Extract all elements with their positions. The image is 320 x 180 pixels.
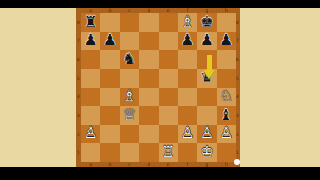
square-f8[interactable]: ♗ xyxy=(178,13,197,32)
square-a6[interactable] xyxy=(81,50,100,69)
piece-bP-g7: ♟ xyxy=(200,33,214,49)
square-e7[interactable] xyxy=(159,32,178,51)
square-e6[interactable] xyxy=(159,50,178,69)
piece-bP-a7: ♟ xyxy=(84,33,98,49)
square-b1[interactable] xyxy=(100,143,119,162)
piece-bK-g8: ♚ xyxy=(200,14,214,30)
square-h3[interactable]: ♝ xyxy=(217,106,236,125)
square-a7[interactable]: ♟ xyxy=(81,32,100,51)
file-label-g: g xyxy=(197,162,216,167)
piece-wB-f8: ♗ xyxy=(181,14,195,30)
square-d3[interactable] xyxy=(139,106,158,125)
square-e4[interactable] xyxy=(159,88,178,107)
square-e5[interactable] xyxy=(159,69,178,88)
piece-wP-a2: ♙ xyxy=(84,126,98,142)
piece-wP-h2: ♙ xyxy=(219,126,233,142)
square-e8[interactable] xyxy=(159,13,178,32)
square-a4[interactable] xyxy=(81,88,100,107)
square-h2[interactable]: ♙ xyxy=(217,125,236,144)
piece-bB-h3: ♝ xyxy=(219,107,233,123)
piece-wP-f2: ♙ xyxy=(181,126,195,142)
square-g3[interactable] xyxy=(197,106,216,125)
file-label-e: e xyxy=(159,162,178,167)
square-f3[interactable] xyxy=(178,106,197,125)
square-a3[interactable] xyxy=(81,106,100,125)
square-g7[interactable]: ♟ xyxy=(197,32,216,51)
file-label-f: f xyxy=(178,162,197,167)
piece-wK-g1: ♔ xyxy=(200,144,214,160)
square-g2[interactable]: ♙ xyxy=(197,125,216,144)
square-c5[interactable] xyxy=(120,69,139,88)
square-c3[interactable]: ♕ xyxy=(120,106,139,125)
square-b8[interactable] xyxy=(100,13,119,32)
file-label-d: d xyxy=(139,162,158,167)
square-d1[interactable] xyxy=(139,143,158,162)
square-c1[interactable] xyxy=(120,143,139,162)
square-f4[interactable] xyxy=(178,88,197,107)
piece-bN-c6: ♞ xyxy=(122,51,136,67)
square-a1[interactable] xyxy=(81,143,100,162)
square-g5[interactable]: ♛ xyxy=(197,69,216,88)
square-b6[interactable] xyxy=(100,50,119,69)
square-g4[interactable] xyxy=(197,88,216,107)
piece-bP-h7: ♟ xyxy=(219,33,233,49)
square-f2[interactable]: ♙ xyxy=(178,125,197,144)
piece-wQ-c3: ♕ xyxy=(122,107,136,123)
piece-bQ-g5: ♛ xyxy=(200,70,214,86)
letterbox-bottom-bar xyxy=(0,167,320,180)
piece-wB-c4: ♗ xyxy=(122,89,136,105)
square-d5[interactable] xyxy=(139,69,158,88)
square-a8[interactable]: ♜ xyxy=(81,13,100,32)
board-squares: ♜♗♚♟♟♟♟♟♞♛♗♘♕♝♙♙♙♙♖♔ xyxy=(81,13,236,162)
square-b3[interactable] xyxy=(100,106,119,125)
chess-board: abcdefgh abcdefgh 87654321 87654321 ♜♗♚♟… xyxy=(76,8,240,167)
square-b4[interactable] xyxy=(100,88,119,107)
square-g6[interactable] xyxy=(197,50,216,69)
square-d7[interactable] xyxy=(139,32,158,51)
file-label-c: c xyxy=(120,162,139,167)
square-b5[interactable] xyxy=(100,69,119,88)
file-label-b: b xyxy=(100,162,119,167)
square-h4[interactable]: ♘ xyxy=(217,88,236,107)
piece-wP-g2: ♙ xyxy=(200,126,214,142)
square-d8[interactable] xyxy=(139,13,158,32)
square-h5[interactable] xyxy=(217,69,236,88)
square-e2[interactable] xyxy=(159,125,178,144)
white-to-move-indicator xyxy=(234,159,240,165)
square-d6[interactable] xyxy=(139,50,158,69)
square-b7[interactable]: ♟ xyxy=(100,32,119,51)
piece-wR-e1: ♖ xyxy=(161,144,175,160)
square-e3[interactable] xyxy=(159,106,178,125)
piece-wN-h4: ♘ xyxy=(219,89,233,105)
square-f5[interactable] xyxy=(178,69,197,88)
square-h7[interactable]: ♟ xyxy=(217,32,236,51)
square-c4[interactable]: ♗ xyxy=(120,88,139,107)
file-label-a: a xyxy=(81,162,100,167)
piece-bR-a8: ♜ xyxy=(84,14,98,30)
square-f6[interactable] xyxy=(178,50,197,69)
file-label-h: h xyxy=(217,162,236,167)
square-e1[interactable]: ♖ xyxy=(159,143,178,162)
square-f1[interactable] xyxy=(178,143,197,162)
square-c8[interactable] xyxy=(120,13,139,32)
square-b2[interactable] xyxy=(100,125,119,144)
square-a5[interactable] xyxy=(81,69,100,88)
square-f7[interactable]: ♟ xyxy=(178,32,197,51)
square-g1[interactable]: ♔ xyxy=(197,143,216,162)
square-d4[interactable] xyxy=(139,88,158,107)
square-h6[interactable] xyxy=(217,50,236,69)
piece-bP-b7: ♟ xyxy=(103,33,117,49)
square-h1[interactable] xyxy=(217,143,236,162)
square-g8[interactable]: ♚ xyxy=(197,13,216,32)
square-d2[interactable] xyxy=(139,125,158,144)
square-c6[interactable]: ♞ xyxy=(120,50,139,69)
piece-bP-f7: ♟ xyxy=(181,33,195,49)
letterbox-top-bar xyxy=(0,0,320,8)
square-c7[interactable] xyxy=(120,32,139,51)
square-h8[interactable] xyxy=(217,13,236,32)
file-labels-bottom: abcdefgh xyxy=(81,162,236,167)
square-c2[interactable] xyxy=(120,125,139,144)
square-a2[interactable]: ♙ xyxy=(81,125,100,144)
